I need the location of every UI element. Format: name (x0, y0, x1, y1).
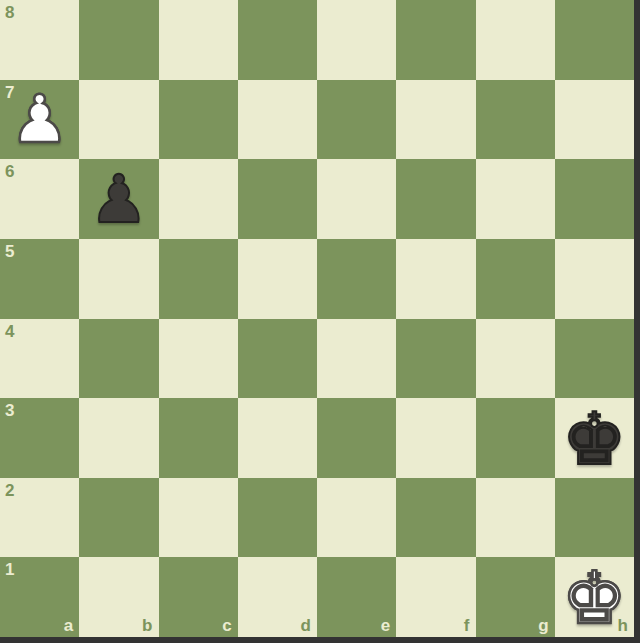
square-f2[interactable] (396, 478, 475, 558)
square-g7[interactable] (476, 80, 555, 160)
square-c5[interactable] (159, 239, 238, 319)
square-f1[interactable]: f (396, 557, 475, 637)
square-f4[interactable] (396, 319, 475, 399)
black-king-icon[interactable]: ♚ (562, 403, 627, 475)
rank-label-6: 6 (5, 163, 14, 180)
square-f6[interactable] (396, 159, 475, 239)
square-f8[interactable] (396, 0, 475, 80)
square-c7[interactable] (159, 80, 238, 160)
chess-app: 87♟6♟543♚21abcdefgh♚ (0, 0, 640, 643)
square-g2[interactable] (476, 478, 555, 558)
square-a3[interactable]: 3 (0, 398, 79, 478)
square-d1[interactable]: d (238, 557, 317, 637)
file-label-g: g (538, 617, 548, 634)
square-g3[interactable] (476, 398, 555, 478)
square-b1[interactable]: b (79, 557, 158, 637)
square-a7[interactable]: 7♟ (0, 80, 79, 160)
square-g6[interactable] (476, 159, 555, 239)
square-d4[interactable] (238, 319, 317, 399)
square-e5[interactable] (317, 239, 396, 319)
chess-board: 87♟6♟543♚21abcdefgh♚ (0, 0, 634, 637)
square-h2[interactable] (555, 478, 634, 558)
square-b8[interactable] (79, 0, 158, 80)
square-h7[interactable] (555, 80, 634, 160)
square-f5[interactable] (396, 239, 475, 319)
square-d3[interactable] (238, 398, 317, 478)
square-a2[interactable]: 2 (0, 478, 79, 558)
file-label-f: f (464, 617, 470, 634)
rank-label-4: 4 (5, 323, 14, 340)
file-label-d: d (301, 617, 311, 634)
file-label-b: b (142, 617, 152, 634)
square-e3[interactable] (317, 398, 396, 478)
square-h3[interactable]: ♚ (555, 398, 634, 478)
square-g5[interactable] (476, 239, 555, 319)
square-h1[interactable]: h♚ (555, 557, 634, 637)
square-a8[interactable]: 8 (0, 0, 79, 80)
square-f3[interactable] (396, 398, 475, 478)
square-d8[interactable] (238, 0, 317, 80)
file-label-a: a (64, 617, 73, 634)
square-a4[interactable]: 4 (0, 319, 79, 399)
square-b7[interactable] (79, 80, 158, 160)
square-c6[interactable] (159, 159, 238, 239)
rank-label-2: 2 (5, 482, 14, 499)
white-king-icon[interactable]: ♚ (562, 562, 627, 634)
rank-label-8: 8 (5, 4, 14, 21)
square-g8[interactable] (476, 0, 555, 80)
square-e1[interactable]: e (317, 557, 396, 637)
square-e7[interactable] (317, 80, 396, 160)
rank-label-1: 1 (5, 561, 14, 578)
square-g4[interactable] (476, 319, 555, 399)
square-a1[interactable]: 1a (0, 557, 79, 637)
square-d7[interactable] (238, 80, 317, 160)
square-d5[interactable] (238, 239, 317, 319)
square-c3[interactable] (159, 398, 238, 478)
rank-label-5: 5 (5, 243, 14, 260)
square-b5[interactable] (79, 239, 158, 319)
square-e6[interactable] (317, 159, 396, 239)
rank-label-3: 3 (5, 402, 14, 419)
square-e2[interactable] (317, 478, 396, 558)
square-h6[interactable] (555, 159, 634, 239)
square-f7[interactable] (396, 80, 475, 160)
square-a6[interactable]: 6 (0, 159, 79, 239)
square-b3[interactable] (79, 398, 158, 478)
board-frame: 87♟6♟543♚21abcdefgh♚ (0, 0, 640, 643)
square-h4[interactable] (555, 319, 634, 399)
white-pawn-icon[interactable]: ♟ (10, 87, 69, 153)
square-b2[interactable] (79, 478, 158, 558)
file-label-c: c (222, 617, 231, 634)
square-e8[interactable] (317, 0, 396, 80)
file-label-e: e (381, 617, 390, 634)
square-d2[interactable] (238, 478, 317, 558)
square-c2[interactable] (159, 478, 238, 558)
square-e4[interactable] (317, 319, 396, 399)
square-h5[interactable] (555, 239, 634, 319)
square-b4[interactable] (79, 319, 158, 399)
square-c1[interactable]: c (159, 557, 238, 637)
black-pawn-icon[interactable]: ♟ (89, 167, 148, 233)
square-b6[interactable]: ♟ (79, 159, 158, 239)
square-h8[interactable] (555, 0, 634, 80)
square-c4[interactable] (159, 319, 238, 399)
square-g1[interactable]: g (476, 557, 555, 637)
square-c8[interactable] (159, 0, 238, 80)
square-a5[interactable]: 5 (0, 239, 79, 319)
square-d6[interactable] (238, 159, 317, 239)
